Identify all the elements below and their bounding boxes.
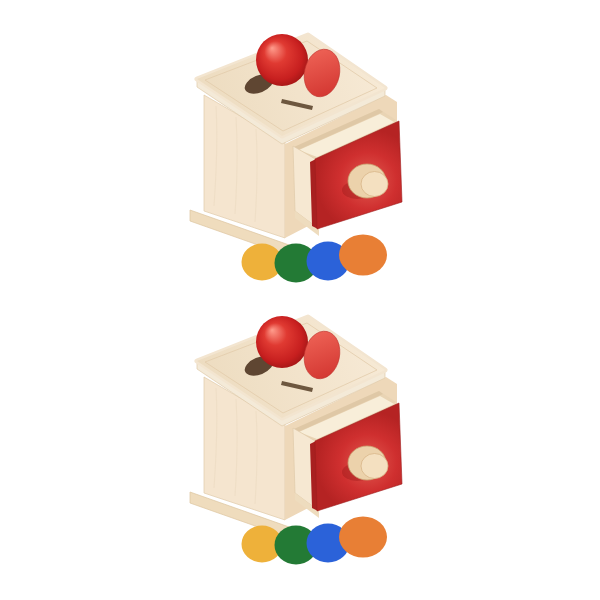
toy-unit-bottom [190,316,402,565]
toy-unit-top [190,34,402,283]
product-photo [0,0,600,600]
product-photo-canvas [0,0,600,600]
